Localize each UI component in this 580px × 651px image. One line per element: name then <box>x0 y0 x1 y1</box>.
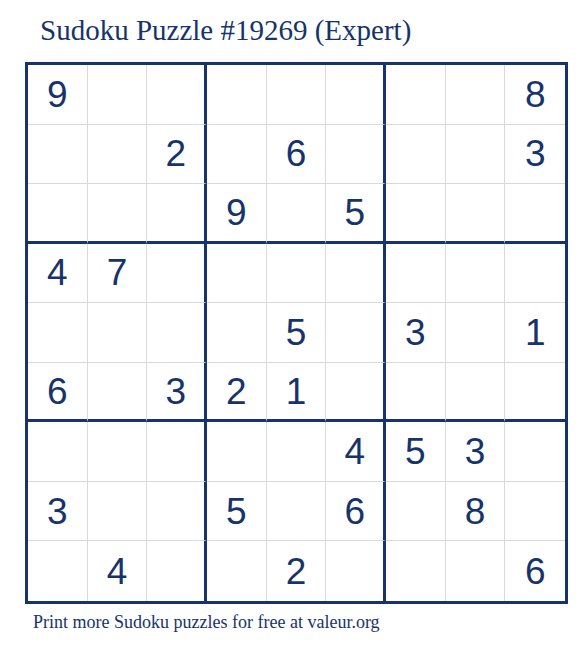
sudoku-cell-r7c7: 5 <box>386 422 446 482</box>
sudoku-cell-r9c3 <box>147 541 207 601</box>
sudoku-cell-r4c1: 4 <box>28 244 88 304</box>
sudoku-cell-r2c8 <box>446 125 506 185</box>
sudoku-cell-r5c7: 3 <box>386 303 446 363</box>
sudoku-cell-r7c2 <box>88 422 148 482</box>
sudoku-cell-r4c8 <box>446 244 506 304</box>
sudoku-cell-r8c7 <box>386 482 446 542</box>
sudoku-cell-r6c3: 3 <box>147 363 207 423</box>
sudoku-cell-r3c5 <box>267 184 327 244</box>
sudoku-cell-r7c6: 4 <box>326 422 386 482</box>
sudoku-cell-r2c5: 6 <box>267 125 327 185</box>
sudoku-cell-r7c9 <box>505 422 565 482</box>
sudoku-cell-r6c7 <box>386 363 446 423</box>
sudoku-cell-r2c6 <box>326 125 386 185</box>
sudoku-cell-r5c2 <box>88 303 148 363</box>
sudoku-cell-r3c3 <box>147 184 207 244</box>
sudoku-cell-r9c4 <box>207 541 267 601</box>
sudoku-cell-r8c1: 3 <box>28 482 88 542</box>
sudoku-cell-r8c5 <box>267 482 327 542</box>
page-title: Sudoku Puzzle #19269 (Expert) <box>40 14 411 47</box>
sudoku-cell-r9c7 <box>386 541 446 601</box>
sudoku-cell-r1c2 <box>88 65 148 125</box>
sudoku-cell-r3c2 <box>88 184 148 244</box>
sudoku-cell-r8c8: 8 <box>446 482 506 542</box>
sudoku-cell-r2c3: 2 <box>147 125 207 185</box>
sudoku-cell-r3c9 <box>505 184 565 244</box>
sudoku-cell-r3c1 <box>28 184 88 244</box>
sudoku-cell-r5c5: 5 <box>267 303 327 363</box>
sudoku-cell-r5c8 <box>446 303 506 363</box>
sudoku-cell-r7c1 <box>28 422 88 482</box>
sudoku-cell-r1c4 <box>207 65 267 125</box>
sudoku-cell-r4c3 <box>147 244 207 304</box>
sudoku-cell-r9c2: 4 <box>88 541 148 601</box>
sudoku-cell-r2c2 <box>88 125 148 185</box>
sudoku-cell-r2c7 <box>386 125 446 185</box>
sudoku-cell-r7c3 <box>147 422 207 482</box>
sudoku-cell-r2c4 <box>207 125 267 185</box>
sudoku-cell-r4c9 <box>505 244 565 304</box>
sudoku-cell-r1c6 <box>326 65 386 125</box>
sudoku-cell-r4c2: 7 <box>88 244 148 304</box>
sudoku-cell-r1c1: 9 <box>28 65 88 125</box>
sudoku-grid: 98263954753163214533568426 <box>25 62 568 604</box>
sudoku-cell-r7c8: 3 <box>446 422 506 482</box>
sudoku-cell-r6c1: 6 <box>28 363 88 423</box>
sudoku-cell-r3c4: 9 <box>207 184 267 244</box>
sudoku-cell-r8c2 <box>88 482 148 542</box>
sudoku-cell-r2c9: 3 <box>505 125 565 185</box>
sudoku-cell-r5c6 <box>326 303 386 363</box>
sudoku-cell-r8c6: 6 <box>326 482 386 542</box>
sudoku-cell-r1c3 <box>147 65 207 125</box>
sudoku-cell-r1c9: 8 <box>505 65 565 125</box>
sudoku-cell-r5c4 <box>207 303 267 363</box>
sudoku-cell-r4c4 <box>207 244 267 304</box>
sudoku-cell-r6c6 <box>326 363 386 423</box>
sudoku-cell-r9c1 <box>28 541 88 601</box>
sudoku-cell-r2c1 <box>28 125 88 185</box>
sudoku-cell-r8c9 <box>505 482 565 542</box>
sudoku-cell-r7c4 <box>207 422 267 482</box>
sudoku-cell-r3c7 <box>386 184 446 244</box>
sudoku-cell-r3c8 <box>446 184 506 244</box>
sudoku-cell-r4c7 <box>386 244 446 304</box>
sudoku-cell-r5c1 <box>28 303 88 363</box>
sudoku-cell-r9c9: 6 <box>505 541 565 601</box>
sudoku-cell-r5c9: 1 <box>505 303 565 363</box>
sudoku-cell-r5c3 <box>147 303 207 363</box>
sudoku-cell-r4c5 <box>267 244 327 304</box>
sudoku-cell-r6c8 <box>446 363 506 423</box>
sudoku-cell-r6c9 <box>505 363 565 423</box>
sudoku-cell-r1c8 <box>446 65 506 125</box>
sudoku-cell-r6c2 <box>88 363 148 423</box>
sudoku-cell-r9c6 <box>326 541 386 601</box>
sudoku-cell-r3c6: 5 <box>326 184 386 244</box>
sudoku-cell-r8c4: 5 <box>207 482 267 542</box>
sudoku-cell-r6c4: 2 <box>207 363 267 423</box>
sudoku-cell-r7c5 <box>267 422 327 482</box>
sudoku-cell-r6c5: 1 <box>267 363 327 423</box>
sudoku-cell-r1c5 <box>267 65 327 125</box>
sudoku-cell-r8c3 <box>147 482 207 542</box>
sudoku-cell-r1c7 <box>386 65 446 125</box>
sudoku-cell-r9c5: 2 <box>267 541 327 601</box>
sudoku-cell-r9c8 <box>446 541 506 601</box>
sudoku-cell-r4c6 <box>326 244 386 304</box>
footer-text: Print more Sudoku puzzles for free at va… <box>33 612 380 633</box>
